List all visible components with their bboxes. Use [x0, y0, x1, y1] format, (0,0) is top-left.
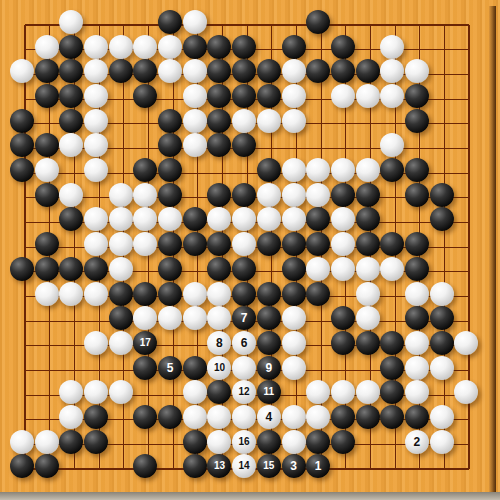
- intersection-3-12[interactable]: [62, 284, 87, 309]
- intersection-8-14[interactable]: [185, 334, 210, 359]
- intersection-18-10[interactable]: [432, 235, 457, 260]
- intersection-11-11[interactable]: [259, 259, 284, 284]
- intersection-6-10[interactable]: [136, 235, 161, 260]
- intersection-19-15[interactable]: [457, 358, 482, 383]
- intersection-2-4[interactable]: [37, 87, 62, 112]
- intersection-1-14[interactable]: [13, 334, 38, 359]
- intersection-2-16[interactable]: [37, 383, 62, 408]
- intersection-3-18[interactable]: [62, 432, 87, 457]
- intersection-5-6[interactable]: [111, 136, 136, 161]
- intersection-7-19[interactable]: [161, 457, 186, 482]
- intersection-3-4[interactable]: [62, 87, 87, 112]
- intersection-13-17[interactable]: [309, 408, 334, 433]
- intersection-17-3[interactable]: [408, 62, 433, 87]
- intersection-14-9[interactable]: [334, 210, 359, 235]
- intersection-4-14[interactable]: [87, 334, 112, 359]
- intersection-16-6[interactable]: [383, 136, 408, 161]
- intersection-11-18[interactable]: [259, 432, 284, 457]
- intersection-5-11[interactable]: [111, 259, 136, 284]
- intersection-18-14[interactable]: [432, 334, 457, 359]
- intersection-10-12[interactable]: [235, 284, 260, 309]
- intersection-13-1[interactable]: [309, 13, 334, 38]
- intersection-10-14[interactable]: 6: [235, 334, 260, 359]
- intersection-17-12[interactable]: [408, 284, 433, 309]
- intersection-16-15[interactable]: [383, 358, 408, 383]
- intersection-18-7[interactable]: [432, 161, 457, 186]
- intersection-7-1[interactable]: [161, 13, 186, 38]
- intersection-17-10[interactable]: [408, 235, 433, 260]
- intersection-19-3[interactable]: [457, 62, 482, 87]
- intersection-12-16[interactable]: [284, 383, 309, 408]
- intersection-14-8[interactable]: [334, 185, 359, 210]
- intersection-17-13[interactable]: [408, 309, 433, 334]
- intersection-3-17[interactable]: [62, 408, 87, 433]
- intersection-4-2[interactable]: [87, 37, 112, 62]
- intersection-1-11[interactable]: [13, 259, 38, 284]
- intersection-1-5[interactable]: [13, 111, 38, 136]
- intersection-9-4[interactable]: [210, 87, 235, 112]
- intersection-15-2[interactable]: [358, 37, 383, 62]
- intersection-1-16[interactable]: [13, 383, 38, 408]
- intersection-14-19[interactable]: [334, 457, 359, 482]
- intersection-13-3[interactable]: [309, 62, 334, 87]
- intersection-17-9[interactable]: [408, 210, 433, 235]
- intersection-4-8[interactable]: [87, 185, 112, 210]
- intersection-16-14[interactable]: [383, 334, 408, 359]
- intersection-1-1[interactable]: [13, 13, 38, 38]
- intersection-17-4[interactable]: [408, 87, 433, 112]
- intersection-12-11[interactable]: [284, 259, 309, 284]
- intersection-17-7[interactable]: [408, 161, 433, 186]
- intersection-12-4[interactable]: [284, 87, 309, 112]
- intersection-11-15[interactable]: 9: [259, 358, 284, 383]
- intersection-16-4[interactable]: [383, 87, 408, 112]
- intersection-15-11[interactable]: [358, 259, 383, 284]
- intersection-6-9[interactable]: [136, 210, 161, 235]
- intersection-7-3[interactable]: [161, 62, 186, 87]
- intersection-9-17[interactable]: [210, 408, 235, 433]
- intersection-13-13[interactable]: [309, 309, 334, 334]
- intersection-14-17[interactable]: [334, 408, 359, 433]
- intersection-17-16[interactable]: [408, 383, 433, 408]
- intersection-6-15[interactable]: [136, 358, 161, 383]
- intersection-10-7[interactable]: [235, 161, 260, 186]
- intersection-9-8[interactable]: [210, 185, 235, 210]
- intersection-18-19[interactable]: [432, 457, 457, 482]
- intersection-18-3[interactable]: [432, 62, 457, 87]
- intersection-17-6[interactable]: [408, 136, 433, 161]
- intersection-5-15[interactable]: [111, 358, 136, 383]
- intersection-14-4[interactable]: [334, 87, 359, 112]
- intersection-5-3[interactable]: [111, 62, 136, 87]
- intersection-6-5[interactable]: [136, 111, 161, 136]
- intersection-3-16[interactable]: [62, 383, 87, 408]
- intersection-17-15[interactable]: [408, 358, 433, 383]
- intersection-6-17[interactable]: [136, 408, 161, 433]
- intersection-18-9[interactable]: [432, 210, 457, 235]
- intersection-4-11[interactable]: [87, 259, 112, 284]
- intersection-8-4[interactable]: [185, 87, 210, 112]
- intersection-12-9[interactable]: [284, 210, 309, 235]
- intersection-19-11[interactable]: [457, 259, 482, 284]
- intersection-9-5[interactable]: [210, 111, 235, 136]
- intersection-15-1[interactable]: [358, 13, 383, 38]
- intersection-3-14[interactable]: [62, 334, 87, 359]
- intersection-7-4[interactable]: [161, 87, 186, 112]
- intersection-3-11[interactable]: [62, 259, 87, 284]
- intersection-11-2[interactable]: [259, 37, 284, 62]
- intersection-4-4[interactable]: [87, 87, 112, 112]
- intersection-5-9[interactable]: [111, 210, 136, 235]
- intersection-2-2[interactable]: [37, 37, 62, 62]
- intersection-14-7[interactable]: [334, 161, 359, 186]
- intersection-10-13[interactable]: 7: [235, 309, 260, 334]
- intersection-14-6[interactable]: [334, 136, 359, 161]
- intersection-15-5[interactable]: [358, 111, 383, 136]
- intersection-7-5[interactable]: [161, 111, 186, 136]
- intersection-19-19[interactable]: [457, 457, 482, 482]
- intersection-2-15[interactable]: [37, 358, 62, 383]
- intersection-9-3[interactable]: [210, 62, 235, 87]
- intersection-15-19[interactable]: [358, 457, 383, 482]
- intersection-10-3[interactable]: [235, 62, 260, 87]
- intersection-16-19[interactable]: [383, 457, 408, 482]
- intersection-6-1[interactable]: [136, 13, 161, 38]
- intersection-13-9[interactable]: [309, 210, 334, 235]
- intersection-6-6[interactable]: [136, 136, 161, 161]
- intersection-3-5[interactable]: [62, 111, 87, 136]
- intersection-17-5[interactable]: [408, 111, 433, 136]
- intersection-4-10[interactable]: [87, 235, 112, 260]
- intersection-3-3[interactable]: [62, 62, 87, 87]
- intersection-7-2[interactable]: [161, 37, 186, 62]
- intersection-8-12[interactable]: [185, 284, 210, 309]
- intersection-9-10[interactable]: [210, 235, 235, 260]
- intersection-8-1[interactable]: [185, 13, 210, 38]
- intersection-2-14[interactable]: [37, 334, 62, 359]
- intersection-16-3[interactable]: [383, 62, 408, 87]
- intersection-1-19[interactable]: [13, 457, 38, 482]
- intersection-11-4[interactable]: [259, 87, 284, 112]
- intersection-10-15[interactable]: [235, 358, 260, 383]
- intersection-2-19[interactable]: [37, 457, 62, 482]
- intersection-5-17[interactable]: [111, 408, 136, 433]
- intersection-18-11[interactable]: [432, 259, 457, 284]
- intersection-14-13[interactable]: [334, 309, 359, 334]
- intersection-19-16[interactable]: [457, 383, 482, 408]
- intersection-13-18[interactable]: [309, 432, 334, 457]
- intersection-13-5[interactable]: [309, 111, 334, 136]
- intersection-13-15[interactable]: [309, 358, 334, 383]
- intersection-11-13[interactable]: [259, 309, 284, 334]
- intersection-8-16[interactable]: [185, 383, 210, 408]
- intersection-10-11[interactable]: [235, 259, 260, 284]
- intersection-1-13[interactable]: [13, 309, 38, 334]
- intersection-12-2[interactable]: [284, 37, 309, 62]
- intersection-1-7[interactable]: [13, 161, 38, 186]
- intersection-13-8[interactable]: [309, 185, 334, 210]
- intersection-4-19[interactable]: [87, 457, 112, 482]
- intersection-4-9[interactable]: [87, 210, 112, 235]
- intersection-13-12[interactable]: [309, 284, 334, 309]
- intersection-2-10[interactable]: [37, 235, 62, 260]
- intersection-14-10[interactable]: [334, 235, 359, 260]
- intersection-9-9[interactable]: [210, 210, 235, 235]
- intersection-8-2[interactable]: [185, 37, 210, 62]
- intersection-11-1[interactable]: [259, 13, 284, 38]
- intersection-4-16[interactable]: [87, 383, 112, 408]
- intersection-9-12[interactable]: [210, 284, 235, 309]
- intersection-2-8[interactable]: [37, 185, 62, 210]
- intersection-12-3[interactable]: [284, 62, 309, 87]
- intersection-14-3[interactable]: [334, 62, 359, 87]
- intersection-19-8[interactable]: [457, 185, 482, 210]
- intersection-7-7[interactable]: [161, 161, 186, 186]
- intersection-12-10[interactable]: [284, 235, 309, 260]
- intersection-8-19[interactable]: [185, 457, 210, 482]
- intersection-19-9[interactable]: [457, 210, 482, 235]
- intersection-13-4[interactable]: [309, 87, 334, 112]
- intersection-2-6[interactable]: [37, 136, 62, 161]
- intersection-2-1[interactable]: [37, 13, 62, 38]
- intersection-16-10[interactable]: [383, 235, 408, 260]
- intersection-8-11[interactable]: [185, 259, 210, 284]
- intersection-10-1[interactable]: [235, 13, 260, 38]
- intersection-12-5[interactable]: [284, 111, 309, 136]
- intersection-6-14[interactable]: 17: [136, 334, 161, 359]
- intersection-7-11[interactable]: [161, 259, 186, 284]
- intersection-19-10[interactable]: [457, 235, 482, 260]
- intersection-8-5[interactable]: [185, 111, 210, 136]
- intersection-2-12[interactable]: [37, 284, 62, 309]
- intersection-7-10[interactable]: [161, 235, 186, 260]
- intersection-18-2[interactable]: [432, 37, 457, 62]
- intersection-19-14[interactable]: [457, 334, 482, 359]
- intersection-1-6[interactable]: [13, 136, 38, 161]
- intersection-11-9[interactable]: [259, 210, 284, 235]
- intersection-8-10[interactable]: [185, 235, 210, 260]
- intersection-7-12[interactable]: [161, 284, 186, 309]
- intersection-18-13[interactable]: [432, 309, 457, 334]
- intersection-19-12[interactable]: [457, 284, 482, 309]
- intersection-2-17[interactable]: [37, 408, 62, 433]
- intersection-3-9[interactable]: [62, 210, 87, 235]
- intersection-9-19[interactable]: 13: [210, 457, 235, 482]
- intersection-5-1[interactable]: [111, 13, 136, 38]
- intersection-19-1[interactable]: [457, 13, 482, 38]
- intersection-11-6[interactable]: [259, 136, 284, 161]
- intersection-13-11[interactable]: [309, 259, 334, 284]
- intersection-4-18[interactable]: [87, 432, 112, 457]
- intersection-18-15[interactable]: [432, 358, 457, 383]
- intersection-5-7[interactable]: [111, 161, 136, 186]
- intersection-3-10[interactable]: [62, 235, 87, 260]
- intersection-6-7[interactable]: [136, 161, 161, 186]
- intersection-17-19[interactable]: [408, 457, 433, 482]
- intersection-2-11[interactable]: [37, 259, 62, 284]
- intersection-14-18[interactable]: [334, 432, 359, 457]
- intersection-14-15[interactable]: [334, 358, 359, 383]
- intersection-3-8[interactable]: [62, 185, 87, 210]
- intersection-9-18[interactable]: [210, 432, 235, 457]
- intersection-8-7[interactable]: [185, 161, 210, 186]
- intersection-13-7[interactable]: [309, 161, 334, 186]
- intersection-9-16[interactable]: [210, 383, 235, 408]
- intersection-10-4[interactable]: [235, 87, 260, 112]
- intersection-4-3[interactable]: [87, 62, 112, 87]
- intersection-9-11[interactable]: [210, 259, 235, 284]
- intersection-15-10[interactable]: [358, 235, 383, 260]
- intersection-11-10[interactable]: [259, 235, 284, 260]
- intersection-4-15[interactable]: [87, 358, 112, 383]
- intersection-7-9[interactable]: [161, 210, 186, 235]
- intersection-19-6[interactable]: [457, 136, 482, 161]
- intersection-11-16[interactable]: 11: [259, 383, 284, 408]
- intersection-7-14[interactable]: [161, 334, 186, 359]
- intersection-16-13[interactable]: [383, 309, 408, 334]
- intersection-15-13[interactable]: [358, 309, 383, 334]
- intersection-10-18[interactable]: 16: [235, 432, 260, 457]
- intersection-2-5[interactable]: [37, 111, 62, 136]
- intersection-2-7[interactable]: [37, 161, 62, 186]
- intersection-12-14[interactable]: [284, 334, 309, 359]
- intersection-3-7[interactable]: [62, 161, 87, 186]
- intersection-9-7[interactable]: [210, 161, 235, 186]
- intersection-5-13[interactable]: [111, 309, 136, 334]
- intersection-16-17[interactable]: [383, 408, 408, 433]
- intersection-4-12[interactable]: [87, 284, 112, 309]
- intersection-4-6[interactable]: [87, 136, 112, 161]
- intersection-15-12[interactable]: [358, 284, 383, 309]
- intersection-19-18[interactable]: [457, 432, 482, 457]
- intersection-2-9[interactable]: [37, 210, 62, 235]
- intersection-4-17[interactable]: [87, 408, 112, 433]
- intersection-17-14[interactable]: [408, 334, 433, 359]
- intersection-8-18[interactable]: [185, 432, 210, 457]
- intersection-18-16[interactable]: [432, 383, 457, 408]
- intersection-5-10[interactable]: [111, 235, 136, 260]
- intersection-12-19[interactable]: 3: [284, 457, 309, 482]
- intersection-5-18[interactable]: [111, 432, 136, 457]
- intersection-16-5[interactable]: [383, 111, 408, 136]
- intersection-4-7[interactable]: [87, 161, 112, 186]
- intersection-7-18[interactable]: [161, 432, 186, 457]
- intersection-17-17[interactable]: [408, 408, 433, 433]
- intersection-5-5[interactable]: [111, 111, 136, 136]
- intersection-15-3[interactable]: [358, 62, 383, 87]
- intersection-11-5[interactable]: [259, 111, 284, 136]
- intersection-6-16[interactable]: [136, 383, 161, 408]
- intersection-5-14[interactable]: [111, 334, 136, 359]
- intersection-19-7[interactable]: [457, 161, 482, 186]
- intersection-7-15[interactable]: 5: [161, 358, 186, 383]
- intersection-11-7[interactable]: [259, 161, 284, 186]
- intersection-12-18[interactable]: [284, 432, 309, 457]
- intersection-19-13[interactable]: [457, 309, 482, 334]
- intersection-1-4[interactable]: [13, 87, 38, 112]
- intersection-12-15[interactable]: [284, 358, 309, 383]
- intersection-8-15[interactable]: [185, 358, 210, 383]
- intersection-1-15[interactable]: [13, 358, 38, 383]
- intersection-12-8[interactable]: [284, 185, 309, 210]
- intersection-19-5[interactable]: [457, 111, 482, 136]
- intersection-16-12[interactable]: [383, 284, 408, 309]
- intersection-10-9[interactable]: [235, 210, 260, 235]
- intersection-5-12[interactable]: [111, 284, 136, 309]
- intersection-15-9[interactable]: [358, 210, 383, 235]
- intersection-17-8[interactable]: [408, 185, 433, 210]
- intersection-11-3[interactable]: [259, 62, 284, 87]
- intersection-6-12[interactable]: [136, 284, 161, 309]
- intersection-3-19[interactable]: [62, 457, 87, 482]
- intersection-5-8[interactable]: [111, 185, 136, 210]
- intersection-19-17[interactable]: [457, 408, 482, 433]
- intersection-15-4[interactable]: [358, 87, 383, 112]
- intersection-10-19[interactable]: 14: [235, 457, 260, 482]
- intersection-19-4[interactable]: [457, 87, 482, 112]
- intersection-3-2[interactable]: [62, 37, 87, 62]
- intersection-8-13[interactable]: [185, 309, 210, 334]
- intersection-12-13[interactable]: [284, 309, 309, 334]
- intersection-17-11[interactable]: [408, 259, 433, 284]
- intersection-12-17[interactable]: [284, 408, 309, 433]
- intersection-6-11[interactable]: [136, 259, 161, 284]
- intersection-14-5[interactable]: [334, 111, 359, 136]
- intersection-5-16[interactable]: [111, 383, 136, 408]
- intersection-12-1[interactable]: [284, 13, 309, 38]
- intersection-11-12[interactable]: [259, 284, 284, 309]
- intersection-8-17[interactable]: [185, 408, 210, 433]
- intersection-2-18[interactable]: [37, 432, 62, 457]
- intersection-6-18[interactable]: [136, 432, 161, 457]
- intersection-10-16[interactable]: 12: [235, 383, 260, 408]
- intersection-14-11[interactable]: [334, 259, 359, 284]
- intersection-6-19[interactable]: [136, 457, 161, 482]
- intersection-6-2[interactable]: [136, 37, 161, 62]
- intersection-15-15[interactable]: [358, 358, 383, 383]
- intersection-5-19[interactable]: [111, 457, 136, 482]
- intersection-18-4[interactable]: [432, 87, 457, 112]
- intersection-8-3[interactable]: [185, 62, 210, 87]
- intersection-9-15[interactable]: 10: [210, 358, 235, 383]
- intersection-16-2[interactable]: [383, 37, 408, 62]
- intersection-16-16[interactable]: [383, 383, 408, 408]
- intersection-18-1[interactable]: [432, 13, 457, 38]
- intersection-3-1[interactable]: [62, 13, 87, 38]
- intersection-11-19[interactable]: 15: [259, 457, 284, 482]
- intersection-11-8[interactable]: [259, 185, 284, 210]
- intersection-12-7[interactable]: [284, 161, 309, 186]
- intersection-19-2[interactable]: [457, 37, 482, 62]
- intersection-11-14[interactable]: [259, 334, 284, 359]
- intersection-14-12[interactable]: [334, 284, 359, 309]
- intersection-10-2[interactable]: [235, 37, 260, 62]
- intersection-16-18[interactable]: [383, 432, 408, 457]
- intersection-5-4[interactable]: [111, 87, 136, 112]
- intersection-16-11[interactable]: [383, 259, 408, 284]
- intersection-10-10[interactable]: [235, 235, 260, 260]
- intersection-17-2[interactable]: [408, 37, 433, 62]
- intersection-18-8[interactable]: [432, 185, 457, 210]
- intersection-4-13[interactable]: [87, 309, 112, 334]
- intersection-18-12[interactable]: [432, 284, 457, 309]
- intersection-10-5[interactable]: [235, 111, 260, 136]
- intersection-9-1[interactable]: [210, 13, 235, 38]
- intersection-18-5[interactable]: [432, 111, 457, 136]
- intersection-1-17[interactable]: [13, 408, 38, 433]
- intersection-7-13[interactable]: [161, 309, 186, 334]
- intersection-7-6[interactable]: [161, 136, 186, 161]
